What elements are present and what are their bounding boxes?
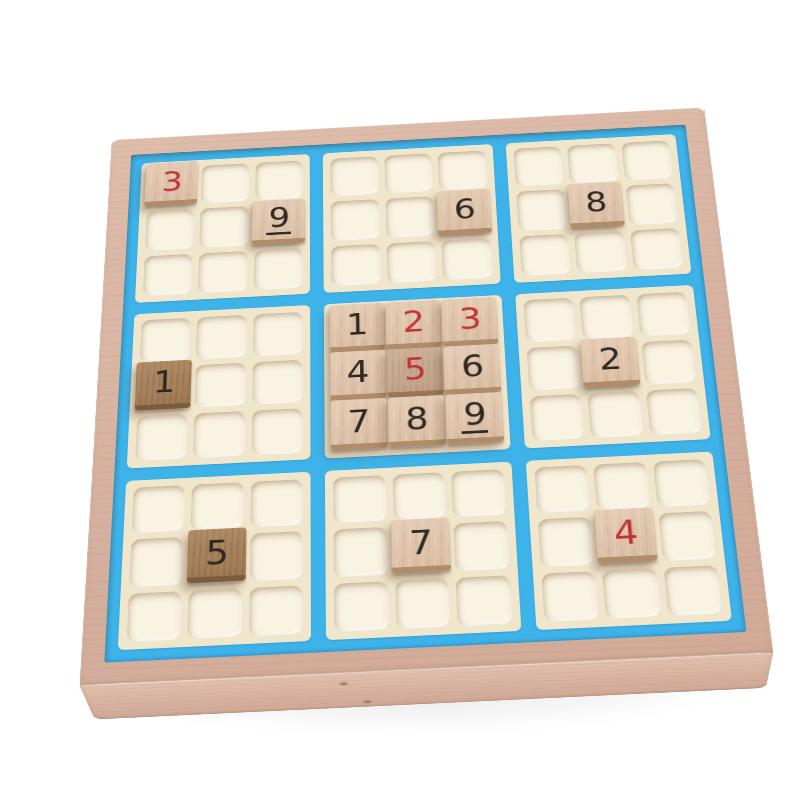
box-plate-6: 2 xyxy=(515,285,711,448)
cell-r2c2[interactable] xyxy=(200,206,249,247)
box-plate-4: 1 xyxy=(127,305,311,468)
tile-r6c6-9[interactable]: 9 xyxy=(445,392,504,444)
box-plate-5: 123456789 xyxy=(324,295,510,458)
cell-r9c1[interactable] xyxy=(127,591,182,642)
cell-r6c4[interactable]: 7 xyxy=(333,404,385,451)
cell-r1c3[interactable] xyxy=(255,160,303,200)
cell-r4c1[interactable] xyxy=(140,318,191,362)
cell-r3c3[interactable] xyxy=(254,248,303,291)
cell-r5c8[interactable]: 2 xyxy=(583,342,637,387)
cell-r4c9[interactable] xyxy=(636,292,690,336)
tile-r4c4-1[interactable]: 1 xyxy=(329,302,385,352)
cell-r7c5[interactable] xyxy=(392,472,446,520)
cell-r9c5[interactable] xyxy=(395,578,450,629)
cell-r9c8[interactable] xyxy=(602,568,660,619)
tile-r6c5-8[interactable]: 8 xyxy=(388,395,446,447)
cell-r5c6[interactable]: 6 xyxy=(446,350,499,395)
tile-number: 1 xyxy=(152,367,175,399)
cell-r3c8[interactable] xyxy=(574,231,627,274)
cell-r5c7[interactable] xyxy=(526,345,580,390)
cell-r7c3[interactable] xyxy=(250,479,302,527)
cell-r7c7[interactable] xyxy=(534,465,590,513)
tile-r5c6-6[interactable]: 6 xyxy=(443,344,501,395)
cell-r6c3[interactable] xyxy=(252,408,303,455)
blue-mat: 396811234567892574 xyxy=(104,125,746,663)
cell-r9c6[interactable] xyxy=(456,575,512,626)
wood-frame-rim: 396811234567892574 xyxy=(80,107,774,685)
cell-r5c1[interactable]: 1 xyxy=(138,365,190,410)
cell-r7c9[interactable] xyxy=(653,459,710,507)
tile-number: 1 xyxy=(346,309,368,340)
tile-r8c5-7[interactable]: 7 xyxy=(391,518,451,574)
tile-number: 3 xyxy=(161,167,182,195)
tile-number: 2 xyxy=(402,306,425,337)
tile-number: 9 xyxy=(266,203,291,235)
cell-r5c4[interactable]: 4 xyxy=(332,355,383,400)
cell-r4c4[interactable]: 1 xyxy=(332,308,382,352)
tile-number: 9 xyxy=(461,398,489,434)
cell-r2c6[interactable]: 6 xyxy=(440,194,490,235)
cell-r4c2[interactable] xyxy=(196,315,246,359)
tile-r2c6-6[interactable]: 6 xyxy=(437,188,493,235)
tile-number: 7 xyxy=(347,406,370,438)
tile-r1c1-3[interactable]: 3 xyxy=(145,161,199,207)
cell-r6c2[interactable] xyxy=(193,411,245,458)
sudoku-board: 396811234567892574 xyxy=(80,107,774,685)
cell-r1c2[interactable] xyxy=(201,163,249,203)
tile-r8c8-4[interactable]: 4 xyxy=(594,508,658,564)
box-plate-7: 5 xyxy=(118,471,312,650)
box-plate-2: 6 xyxy=(323,144,500,293)
cell-r9c4[interactable] xyxy=(334,581,388,632)
cell-r4c7[interactable] xyxy=(523,298,576,342)
scene: 396811234567892574 xyxy=(0,0,800,800)
box-plate-8: 7 xyxy=(325,461,521,640)
cell-r8c5[interactable]: 7 xyxy=(394,524,448,574)
cell-r2c3[interactable]: 9 xyxy=(254,204,302,245)
cell-r3c5[interactable] xyxy=(386,241,436,284)
tile-number: 5 xyxy=(403,354,426,386)
box-plate-1: 39 xyxy=(135,154,311,303)
tile-number: 3 xyxy=(458,304,481,335)
cell-r1c6[interactable] xyxy=(438,150,487,190)
cell-r4c3[interactable] xyxy=(253,312,303,356)
tile-number: 4 xyxy=(347,357,369,389)
cell-r1c4[interactable] xyxy=(331,156,379,196)
cell-r1c5[interactable] xyxy=(384,153,433,193)
cell-r9c9[interactable] xyxy=(663,565,722,616)
cell-r1c9[interactable] xyxy=(621,140,673,180)
tile-number: 4 xyxy=(613,515,639,550)
cell-r7c4[interactable] xyxy=(333,475,386,523)
cell-r8c4[interactable] xyxy=(334,527,388,577)
cell-r3c1[interactable] xyxy=(143,254,193,297)
cell-r2c1[interactable] xyxy=(145,209,194,250)
tile-r5c8-2[interactable]: 2 xyxy=(580,337,640,388)
cell-r8c6[interactable] xyxy=(454,521,509,571)
cell-r7c6[interactable] xyxy=(451,469,505,517)
cell-r4c6[interactable]: 3 xyxy=(444,302,496,346)
tile-r4c6-3[interactable]: 3 xyxy=(441,297,498,347)
box-plate-3: 8 xyxy=(505,134,691,283)
cell-r6c6[interactable]: 9 xyxy=(448,398,501,445)
cell-r7c1[interactable] xyxy=(132,485,186,533)
cell-r5c5[interactable]: 5 xyxy=(389,352,441,397)
cell-r3c7[interactable] xyxy=(519,234,571,277)
cell-r2c4[interactable] xyxy=(331,199,380,240)
cell-r5c9[interactable] xyxy=(641,339,696,384)
tile-r4c5-2[interactable]: 2 xyxy=(385,299,442,349)
cell-r3c9[interactable] xyxy=(630,228,683,271)
cell-r7c8[interactable] xyxy=(593,462,650,510)
tile-r5c1-1[interactable]: 1 xyxy=(135,360,192,411)
cell-r3c4[interactable] xyxy=(331,244,380,287)
cell-r5c3[interactable] xyxy=(252,360,302,405)
cell-r2c7[interactable] xyxy=(516,189,567,230)
tile-number: 7 xyxy=(409,526,433,561)
cell-r5c2[interactable] xyxy=(195,362,246,407)
cell-r4c5[interactable]: 2 xyxy=(388,305,439,349)
tile-r2c8-8[interactable]: 8 xyxy=(568,181,626,228)
cell-r8c3[interactable] xyxy=(250,531,303,581)
cell-r9c7[interactable] xyxy=(541,571,598,622)
cell-r1c1[interactable]: 3 xyxy=(147,166,196,206)
tile-r2c3-9[interactable]: 9 xyxy=(252,198,305,245)
cell-r9c3[interactable] xyxy=(249,585,303,636)
cell-r6c8[interactable] xyxy=(587,391,642,438)
cell-r8c8[interactable]: 4 xyxy=(598,514,655,564)
cell-r9c2[interactable] xyxy=(188,588,243,639)
cell-r3c2[interactable] xyxy=(198,251,247,294)
tile-r5c4-4[interactable]: 4 xyxy=(330,350,387,401)
cell-r6c1[interactable] xyxy=(135,414,187,461)
tile-r6c4-7[interactable]: 7 xyxy=(330,398,387,450)
cell-r2c9[interactable] xyxy=(625,184,678,225)
box-plate-9: 4 xyxy=(525,451,732,630)
cell-r2c8[interactable]: 8 xyxy=(571,187,623,228)
cell-r8c7[interactable] xyxy=(538,517,595,567)
tile-number: 8 xyxy=(584,188,607,217)
cell-r8c2[interactable]: 5 xyxy=(189,534,243,584)
cell-r2c5[interactable] xyxy=(385,197,434,238)
cell-r7c2[interactable] xyxy=(191,482,244,530)
cell-r6c9[interactable] xyxy=(646,388,702,435)
tile-number: 2 xyxy=(598,344,623,376)
tile-r5c5-5[interactable]: 5 xyxy=(386,347,443,398)
cell-r1c8[interactable] xyxy=(567,143,618,183)
cell-r6c5[interactable]: 8 xyxy=(391,401,444,448)
cell-r8c1[interactable] xyxy=(129,537,183,587)
cell-r3c6[interactable] xyxy=(442,238,493,281)
cell-r4c8[interactable] xyxy=(580,295,634,339)
cell-r6c7[interactable] xyxy=(529,394,583,441)
tile-number: 8 xyxy=(405,403,428,435)
tile-number: 6 xyxy=(453,195,475,224)
tile-r8c2-5[interactable]: 5 xyxy=(187,528,247,584)
tile-number: 6 xyxy=(460,351,483,383)
cell-r8c9[interactable] xyxy=(658,511,716,561)
tile-number: 5 xyxy=(205,536,229,571)
cell-r1c7[interactable] xyxy=(513,146,563,186)
